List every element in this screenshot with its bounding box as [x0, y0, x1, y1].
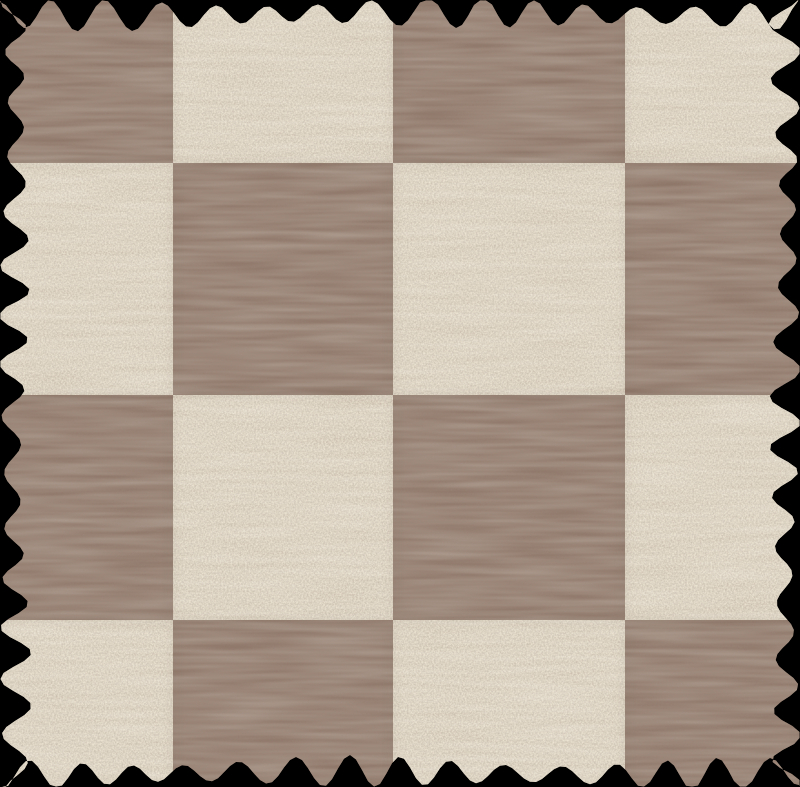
cell-r2c4-brown	[625, 163, 800, 395]
cell-r3c3-brown	[393, 395, 625, 620]
cell-r3c2-cream	[173, 395, 393, 620]
cell-r3c4-cream	[625, 395, 800, 620]
cell-r2c2-brown	[173, 163, 393, 395]
fabric-swatch	[0, 0, 800, 787]
cell-r2c1-cream	[0, 163, 173, 395]
cell-r4c3-cream	[393, 620, 625, 787]
cell-r1c3-brown	[393, 0, 625, 163]
cell-r4c2-brown	[173, 620, 393, 787]
cell-r1c2-cream	[173, 0, 393, 163]
cell-r1c1-brown	[0, 0, 173, 163]
canvas-background	[0, 0, 800, 787]
cell-r1c4-cream	[625, 0, 800, 163]
cell-r4c4-brown	[625, 620, 800, 787]
cell-r2c3-cream	[393, 163, 625, 395]
cell-r3c1-brown	[0, 395, 173, 620]
checkerboard-grid	[0, 0, 800, 787]
cell-r4c1-cream	[0, 620, 173, 787]
